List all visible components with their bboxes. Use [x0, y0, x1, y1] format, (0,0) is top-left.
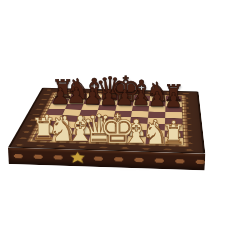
square-f1 [126, 136, 146, 144]
square-e2 [109, 129, 128, 136]
square-b2 [54, 127, 75, 134]
square-f2 [127, 129, 146, 136]
square-c1 [70, 134, 91, 141]
square-h5 [165, 112, 182, 118]
chess-set-photo: ♜♞♝♛♚♝♞♜♟♟♟♟♟♟♟♟♟♟♟♟♟♟♟♟♜♞♝♛♚♝♞♜ [0, 0, 228, 228]
square-d3 [93, 122, 112, 129]
square-f4 [130, 117, 148, 124]
square-g4 [147, 117, 165, 124]
brass-clasp-icon [70, 152, 85, 164]
square-b4 [60, 115, 79, 121]
square-b3 [57, 121, 77, 128]
square-g3 [147, 124, 165, 131]
square-a3 [40, 121, 60, 128]
square-e4 [112, 117, 130, 124]
square-c2 [73, 128, 93, 135]
chess-grid [33, 93, 183, 144]
board-top-surface [8, 88, 205, 154]
square-e3 [111, 123, 130, 130]
square-h3 [165, 124, 183, 131]
square-d1 [89, 135, 109, 143]
square-g5 [148, 112, 165, 118]
square-a4 [43, 115, 63, 121]
square-c4 [77, 116, 96, 122]
square-c3 [75, 122, 95, 129]
square-a2 [36, 127, 57, 134]
square-h1 [164, 137, 183, 145]
square-g2 [146, 130, 165, 137]
square-d2 [91, 128, 111, 135]
decorative-border-strip [27, 92, 189, 147]
square-h4 [165, 118, 183, 125]
folding-chess-board [8, 88, 205, 154]
square-e1 [108, 135, 128, 143]
square-a1 [33, 133, 54, 140]
square-f3 [129, 123, 148, 130]
square-g1 [145, 137, 164, 145]
square-d4 [95, 116, 114, 122]
square-h2 [164, 130, 183, 137]
square-b1 [52, 134, 73, 141]
